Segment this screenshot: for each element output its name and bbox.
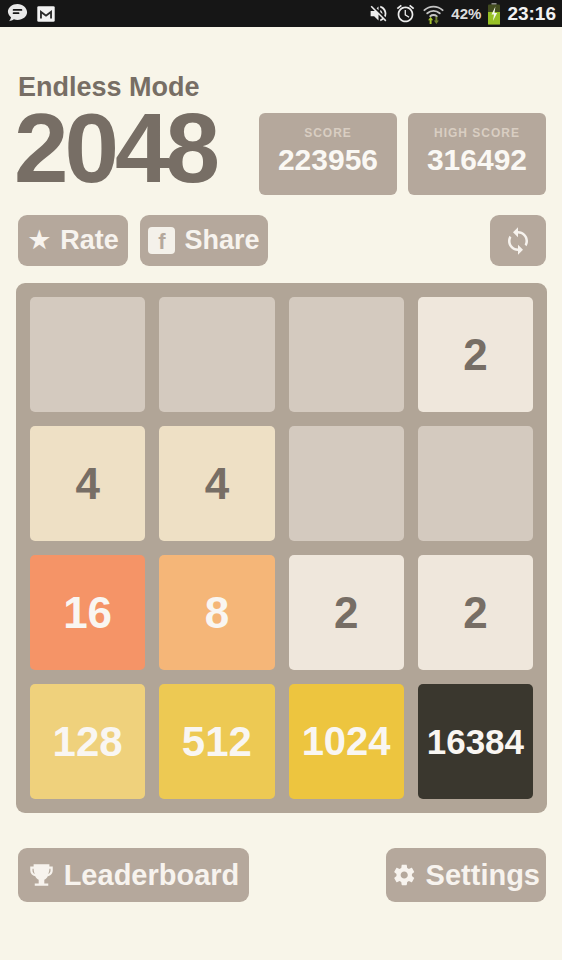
settings-button-label: Settings	[426, 859, 540, 892]
trophy-icon	[28, 862, 55, 889]
rate-button[interactable]: ★ Rate	[18, 215, 128, 266]
facebook-share-button[interactable]: f Share	[140, 215, 268, 266]
clock-label: 23:16	[507, 3, 556, 25]
tile-128: 128	[30, 684, 145, 799]
volume-muted-icon	[368, 3, 389, 24]
tile-1024: 1024	[289, 684, 404, 799]
star-icon: ★	[27, 227, 51, 254]
app-logo-2048: 2048	[14, 102, 216, 195]
high-score-label: HIGH SCORE	[408, 126, 546, 140]
app-screen: 42% 23:16 Endless Mode 2048 SCORE 223956…	[0, 0, 562, 960]
tile-8: 8	[159, 555, 274, 670]
settings-button[interactable]: Settings	[386, 848, 546, 902]
chat-notification-icon	[6, 2, 29, 25]
leaderboard-button[interactable]: Leaderboard	[18, 848, 249, 902]
empty-cell	[289, 297, 404, 412]
rate-button-label: Rate	[60, 225, 119, 256]
refresh-icon	[503, 226, 533, 256]
score-box: SCORE 223956	[259, 113, 397, 195]
tile-2: 2	[418, 555, 533, 670]
leaderboard-button-label: Leaderboard	[64, 859, 240, 892]
empty-cell	[30, 297, 145, 412]
facebook-icon: f	[148, 227, 175, 254]
tile-4: 4	[30, 426, 145, 541]
gmail-notification-icon	[35, 3, 57, 25]
alarm-clock-icon	[395, 3, 416, 24]
tile-2: 2	[289, 555, 404, 670]
status-bar: 42% 23:16	[0, 0, 562, 27]
gear-icon	[392, 862, 417, 888]
tile-4: 4	[159, 426, 274, 541]
high-score-value: 316492	[408, 143, 546, 177]
battery-percent-label: 42%	[451, 5, 481, 22]
tile-512: 512	[159, 684, 274, 799]
board-4x4[interactable]: 2 4 4 16 8 2 2 128 512 1024 16384	[16, 283, 547, 813]
tile-2: 2	[418, 297, 533, 412]
battery-charging-icon	[487, 3, 501, 25]
score-label: SCORE	[259, 126, 397, 140]
wifi-traffic-icon	[422, 2, 445, 25]
share-button-label: Share	[184, 225, 259, 256]
status-bar-notifications	[6, 2, 57, 25]
high-score-box: HIGH SCORE 316492	[408, 113, 546, 195]
tile-16: 16	[30, 555, 145, 670]
status-bar-system: 42% 23:16	[368, 2, 556, 25]
empty-cell	[418, 426, 533, 541]
empty-cell	[289, 426, 404, 541]
empty-cell	[159, 297, 274, 412]
restart-button[interactable]	[490, 215, 546, 266]
score-value: 223956	[259, 143, 397, 177]
tile-16384: 16384	[418, 684, 533, 799]
